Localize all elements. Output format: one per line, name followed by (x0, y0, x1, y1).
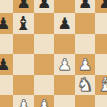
square-r5c5[interactable] (95, 95, 107, 107)
white-bishop: ♝ (97, 75, 107, 95)
square-r4c2[interactable] (34, 75, 55, 96)
square-r5c0[interactable] (0, 95, 13, 107)
square-r5c1[interactable]: ♟ (13, 95, 34, 107)
square-r5c3[interactable] (54, 95, 75, 107)
square-r1c0[interactable]: ♟ (0, 13, 13, 34)
white-pawn: ♟ (57, 57, 71, 75)
white-knight: ♞ (77, 75, 94, 95)
black-bishop: ♝ (15, 14, 32, 34)
square-r3c3[interactable]: ♟ (54, 54, 75, 75)
square-r1c5[interactable] (95, 13, 107, 34)
square-r3c2[interactable] (34, 54, 55, 75)
square-r1c3[interactable]: ♟ (54, 13, 75, 34)
square-r2c3[interactable] (54, 34, 75, 55)
square-r2c2[interactable] (34, 34, 55, 55)
square-r5c4[interactable] (75, 95, 96, 107)
square-r3c4[interactable]: ♟ (75, 54, 96, 75)
square-r5c2[interactable]: ♟ (34, 95, 55, 107)
white-pawn: ♟ (37, 98, 51, 107)
square-r3c5[interactable] (95, 54, 107, 75)
square-r0c5[interactable]: ♟ (95, 0, 107, 13)
black-pawn: ♟ (0, 57, 10, 75)
black-pawn: ♟ (37, 0, 51, 13)
square-r2c4[interactable] (75, 34, 96, 55)
white-pawn: ♟ (78, 57, 92, 75)
square-r0c3[interactable] (54, 0, 75, 13)
square-r0c4[interactable]: ♟ (75, 0, 96, 13)
black-pawn: ♟ (57, 16, 71, 34)
square-r4c0[interactable] (0, 75, 13, 96)
square-r3c1[interactable] (13, 54, 34, 75)
square-r4c1[interactable] (13, 75, 34, 96)
black-pawn: ♟ (98, 0, 107, 13)
chessboard-viewport: ♟♟♟♟♟♝♟♟♟♟♞♝♟♟ (0, 0, 107, 107)
square-r0c2[interactable]: ♟ (34, 0, 55, 13)
square-r1c1[interactable]: ♝ (13, 13, 34, 34)
chessboard: ♟♟♟♟♟♝♟♟♟♟♞♝♟♟ (0, 0, 107, 107)
square-r4c3[interactable] (54, 75, 75, 96)
black-pawn: ♟ (0, 16, 10, 34)
square-r1c2[interactable] (34, 13, 55, 34)
square-r3c0[interactable]: ♟ (0, 54, 13, 75)
square-r2c0[interactable] (0, 34, 13, 55)
square-r2c5[interactable] (95, 34, 107, 55)
white-pawn: ♟ (16, 98, 30, 107)
black-pawn: ♟ (78, 0, 92, 13)
square-r0c0[interactable] (0, 0, 13, 13)
square-r1c4[interactable] (75, 13, 96, 34)
square-r4c5[interactable]: ♝ (95, 75, 107, 96)
square-r4c4[interactable]: ♞ (75, 75, 96, 96)
square-r2c1[interactable] (13, 34, 34, 55)
